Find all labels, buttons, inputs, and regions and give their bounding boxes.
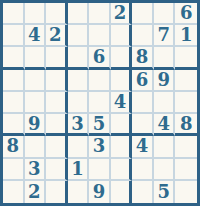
cell-r2c2[interactable]: 4 bbox=[25, 25, 47, 47]
cell-r3c3[interactable] bbox=[46, 47, 68, 69]
cell-r3c8[interactable] bbox=[154, 47, 176, 69]
cell-r2c6[interactable] bbox=[111, 25, 133, 47]
cell-r9c1[interactable] bbox=[3, 181, 25, 203]
cell-r3c2[interactable] bbox=[25, 47, 47, 69]
cell-r7c9[interactable] bbox=[175, 136, 197, 158]
cell-r3c1[interactable] bbox=[3, 47, 25, 69]
cell-r1c2[interactable] bbox=[25, 3, 47, 25]
cell-r8c1[interactable] bbox=[3, 159, 25, 181]
cell-r7c7[interactable]: 4 bbox=[132, 136, 154, 158]
cell-r2c7[interactable] bbox=[132, 25, 154, 47]
cell-r5c2[interactable] bbox=[25, 92, 47, 114]
cell-r9c3[interactable] bbox=[46, 181, 68, 203]
cell-r3c6[interactable] bbox=[111, 47, 133, 69]
cell-r9c5[interactable]: 9 bbox=[89, 181, 111, 203]
cell-r7c6[interactable] bbox=[111, 136, 133, 158]
cell-r8c6[interactable] bbox=[111, 159, 133, 181]
cell-r6c5[interactable]: 5 bbox=[89, 114, 111, 136]
cell-r9c4[interactable] bbox=[68, 181, 90, 203]
cell-r5c7[interactable] bbox=[132, 92, 154, 114]
cell-r4c8[interactable]: 9 bbox=[154, 70, 176, 92]
cell-r6c6[interactable] bbox=[111, 114, 133, 136]
cell-r6c9[interactable]: 8 bbox=[175, 114, 197, 136]
cell-r8c9[interactable] bbox=[175, 159, 197, 181]
cell-r4c7[interactable]: 6 bbox=[132, 70, 154, 92]
cell-r8c3[interactable] bbox=[46, 159, 68, 181]
cell-r7c1[interactable]: 8 bbox=[3, 136, 25, 158]
cell-r6c1[interactable] bbox=[3, 114, 25, 136]
cell-r8c4[interactable]: 1 bbox=[68, 159, 90, 181]
cell-r2c3[interactable]: 2 bbox=[46, 25, 68, 47]
cell-r4c4[interactable] bbox=[68, 70, 90, 92]
cell-r6c8[interactable]: 4 bbox=[154, 114, 176, 136]
cell-r5c4[interactable] bbox=[68, 92, 90, 114]
cell-r2c5[interactable] bbox=[89, 25, 111, 47]
cell-r7c2[interactable] bbox=[25, 136, 47, 158]
cell-r3c9[interactable] bbox=[175, 47, 197, 69]
cell-r6c3[interactable] bbox=[46, 114, 68, 136]
cell-r5c8[interactable] bbox=[154, 92, 176, 114]
cell-r3c4[interactable] bbox=[68, 47, 90, 69]
cell-r9c2[interactable]: 2 bbox=[25, 181, 47, 203]
cell-r5c9[interactable] bbox=[175, 92, 197, 114]
cell-r4c6[interactable] bbox=[111, 70, 133, 92]
cell-r1c6[interactable]: 2 bbox=[111, 3, 133, 25]
cell-r8c2[interactable]: 3 bbox=[25, 159, 47, 181]
cell-r9c7[interactable] bbox=[132, 181, 154, 203]
cell-r4c5[interactable] bbox=[89, 70, 111, 92]
cell-r7c8[interactable] bbox=[154, 136, 176, 158]
cell-r2c1[interactable] bbox=[3, 25, 25, 47]
cell-r1c8[interactable] bbox=[154, 3, 176, 25]
cell-r5c5[interactable] bbox=[89, 92, 111, 114]
cell-r1c5[interactable] bbox=[89, 3, 111, 25]
sudoku-board: 264271686949354883431295 bbox=[0, 0, 200, 206]
cell-r1c3[interactable] bbox=[46, 3, 68, 25]
cell-r2c4[interactable] bbox=[68, 25, 90, 47]
cell-r4c3[interactable] bbox=[46, 70, 68, 92]
cell-r5c1[interactable] bbox=[3, 92, 25, 114]
cell-r6c7[interactable] bbox=[132, 114, 154, 136]
cell-r5c6[interactable]: 4 bbox=[111, 92, 133, 114]
cell-r1c9[interactable]: 6 bbox=[175, 3, 197, 25]
cell-r7c5[interactable]: 3 bbox=[89, 136, 111, 158]
cell-r4c9[interactable] bbox=[175, 70, 197, 92]
cell-r9c9[interactable] bbox=[175, 181, 197, 203]
cell-r4c1[interactable] bbox=[3, 70, 25, 92]
cell-r2c8[interactable]: 7 bbox=[154, 25, 176, 47]
cell-r7c4[interactable] bbox=[68, 136, 90, 158]
cell-r8c5[interactable] bbox=[89, 159, 111, 181]
cell-r9c6[interactable] bbox=[111, 181, 133, 203]
cell-r7c3[interactable] bbox=[46, 136, 68, 158]
cell-r1c4[interactable] bbox=[68, 3, 90, 25]
cell-r6c4[interactable]: 3 bbox=[68, 114, 90, 136]
cell-r1c1[interactable] bbox=[3, 3, 25, 25]
cell-r4c2[interactable] bbox=[25, 70, 47, 92]
cell-r9c8[interactable]: 5 bbox=[154, 181, 176, 203]
cell-r3c7[interactable]: 8 bbox=[132, 47, 154, 69]
cell-r1c7[interactable] bbox=[132, 3, 154, 25]
cell-r3c5[interactable]: 6 bbox=[89, 47, 111, 69]
cell-r6c2[interactable]: 9 bbox=[25, 114, 47, 136]
cell-r8c7[interactable] bbox=[132, 159, 154, 181]
cell-r5c3[interactable] bbox=[46, 92, 68, 114]
cell-r8c8[interactable] bbox=[154, 159, 176, 181]
cell-r2c9[interactable]: 1 bbox=[175, 25, 197, 47]
